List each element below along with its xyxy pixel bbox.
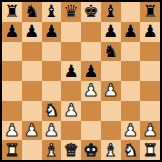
square-a1[interactable]: ♜: [2, 140, 22, 160]
black-pawn-h7[interactable]: ♟: [143, 23, 158, 40]
black-rook-a8[interactable]: ♜: [4, 3, 19, 20]
square-f3[interactable]: [101, 101, 121, 121]
white-pawn-b2[interactable]: ♟: [24, 122, 39, 139]
square-h7[interactable]: ♟: [140, 22, 160, 42]
white-bishop-c1[interactable]: ♝: [44, 142, 59, 159]
square-h6[interactable]: [140, 42, 160, 62]
square-h2[interactable]: ♟: [140, 121, 160, 141]
white-knight-c3[interactable]: ♞: [44, 102, 59, 119]
square-a8[interactable]: ♜: [2, 2, 22, 22]
square-b2[interactable]: ♟: [22, 121, 42, 141]
black-pawn-f7[interactable]: ♟: [103, 23, 118, 40]
square-f5[interactable]: [101, 61, 121, 81]
white-pawn-a2[interactable]: ♟: [4, 122, 19, 139]
black-bishop-c8[interactable]: ♝: [44, 3, 59, 20]
square-c6[interactable]: [42, 42, 62, 62]
square-b3[interactable]: [22, 101, 42, 121]
square-h1[interactable]: ♜: [140, 140, 160, 160]
square-c5[interactable]: [42, 61, 62, 81]
black-knight-b8[interactable]: ♞: [24, 3, 39, 20]
square-e8[interactable]: ♚: [81, 2, 101, 22]
square-f8[interactable]: ♝: [101, 2, 121, 22]
square-g8[interactable]: [121, 2, 141, 22]
square-g6[interactable]: [121, 42, 141, 62]
square-a6[interactable]: [2, 42, 22, 62]
square-e6[interactable]: [81, 42, 101, 62]
square-f2[interactable]: [101, 121, 121, 141]
white-pawn-c2[interactable]: ♟: [44, 122, 59, 139]
black-pawn-c7[interactable]: ♟: [44, 23, 59, 40]
square-c3[interactable]: ♞: [42, 101, 62, 121]
square-g3[interactable]: [121, 101, 141, 121]
square-d2[interactable]: [61, 121, 81, 141]
square-f4[interactable]: ♟: [101, 81, 121, 101]
white-rook-h1[interactable]: ♜: [143, 142, 158, 159]
square-h5[interactable]: [140, 61, 160, 81]
square-b8[interactable]: ♞: [22, 2, 42, 22]
black-pawn-e5[interactable]: ♟: [83, 63, 98, 80]
square-g7[interactable]: ♟: [121, 22, 141, 42]
square-b6[interactable]: [22, 42, 42, 62]
square-g2[interactable]: ♟: [121, 121, 141, 141]
white-king-e1[interactable]: ♚: [83, 142, 98, 159]
square-g5[interactable]: [121, 61, 141, 81]
square-c7[interactable]: ♟: [42, 22, 62, 42]
black-pawn-b7[interactable]: ♟: [24, 23, 39, 40]
square-d4[interactable]: [61, 81, 81, 101]
white-pawn-d3[interactable]: ♟: [64, 102, 79, 119]
black-pawn-g7[interactable]: ♟: [123, 23, 138, 40]
square-h8[interactable]: ♜: [140, 2, 160, 22]
black-bishop-f8[interactable]: ♝: [103, 3, 118, 20]
white-pawn-h2[interactable]: ♟: [143, 122, 158, 139]
square-d7[interactable]: [61, 22, 81, 42]
black-queen-d8[interactable]: ♛: [64, 3, 79, 20]
white-bishop-f1[interactable]: ♝: [103, 142, 118, 159]
white-pawn-g2[interactable]: ♟: [123, 122, 138, 139]
square-a2[interactable]: ♟: [2, 121, 22, 141]
white-queen-d1[interactable]: ♛: [64, 142, 79, 159]
square-f1[interactable]: ♝: [101, 140, 121, 160]
chess-board: ♜♞♝♛♚♝♜♟♟♟♟♟♟♞♟♟♟♟♞♟♟♟♟♟♟♜♝♛♚♝♞♜: [0, 0, 162, 162]
square-e5[interactable]: ♟: [81, 61, 101, 81]
square-e7[interactable]: [81, 22, 101, 42]
white-pawn-f4[interactable]: ♟: [103, 82, 118, 99]
square-d6[interactable]: [61, 42, 81, 62]
black-king-e8[interactable]: ♚: [83, 3, 98, 20]
square-b1[interactable]: [22, 140, 42, 160]
black-knight-f6[interactable]: ♞: [103, 43, 118, 60]
square-e4[interactable]: ♟: [81, 81, 101, 101]
white-rook-a1[interactable]: ♜: [4, 142, 19, 159]
square-c8[interactable]: ♝: [42, 2, 62, 22]
square-e2[interactable]: [81, 121, 101, 141]
square-d5[interactable]: ♟: [61, 61, 81, 81]
square-e1[interactable]: ♚: [81, 140, 101, 160]
square-b7[interactable]: ♟: [22, 22, 42, 42]
square-c2[interactable]: ♟: [42, 121, 62, 141]
square-d8[interactable]: ♛: [61, 2, 81, 22]
square-h4[interactable]: [140, 81, 160, 101]
white-pawn-e4[interactable]: ♟: [83, 82, 98, 99]
square-e3[interactable]: [81, 101, 101, 121]
square-g4[interactable]: [121, 81, 141, 101]
square-c4[interactable]: [42, 81, 62, 101]
square-a5[interactable]: [2, 61, 22, 81]
square-a7[interactable]: ♟: [2, 22, 22, 42]
black-rook-h8[interactable]: ♜: [143, 3, 158, 20]
square-a4[interactable]: [2, 81, 22, 101]
black-pawn-d5[interactable]: ♟: [64, 63, 79, 80]
square-d1[interactable]: ♛: [61, 140, 81, 160]
square-c1[interactable]: ♝: [42, 140, 62, 160]
square-b4[interactable]: [22, 81, 42, 101]
white-knight-g1[interactable]: ♞: [123, 142, 138, 159]
square-f6[interactable]: ♞: [101, 42, 121, 62]
square-b5[interactable]: [22, 61, 42, 81]
square-d3[interactable]: ♟: [61, 101, 81, 121]
square-f7[interactable]: ♟: [101, 22, 121, 42]
square-h3[interactable]: [140, 101, 160, 121]
square-a3[interactable]: [2, 101, 22, 121]
black-pawn-a7[interactable]: ♟: [4, 23, 19, 40]
square-g1[interactable]: ♞: [121, 140, 141, 160]
